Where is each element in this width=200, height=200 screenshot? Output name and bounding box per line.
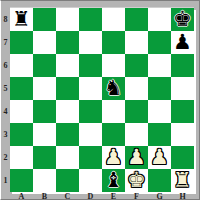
file-label-h: H bbox=[171, 192, 194, 200]
square-f3[interactable] bbox=[125, 123, 148, 146]
chess-board-frame: ♜♚♟♞♟♟♟♝♚♜ 87654321 ABCDEFGH bbox=[0, 0, 200, 200]
black-king[interactable]: ♚ bbox=[173, 8, 192, 31]
square-e5[interactable]: ♞ bbox=[102, 77, 125, 100]
square-b1[interactable] bbox=[33, 169, 56, 192]
square-e6[interactable] bbox=[102, 54, 125, 77]
rank-label-1: 1 bbox=[1, 169, 10, 192]
rank-label-5: 5 bbox=[1, 77, 10, 100]
square-a5[interactable] bbox=[10, 77, 33, 100]
square-h8[interactable]: ♚ bbox=[171, 8, 194, 31]
square-h7[interactable]: ♟ bbox=[171, 31, 194, 54]
square-b7[interactable] bbox=[33, 31, 56, 54]
square-f4[interactable] bbox=[125, 100, 148, 123]
chess-board: ♜♚♟♞♟♟♟♝♚♜ bbox=[10, 8, 194, 192]
square-h1[interactable]: ♜ bbox=[171, 169, 194, 192]
square-a1[interactable] bbox=[10, 169, 33, 192]
square-f1[interactable]: ♚ bbox=[125, 169, 148, 192]
square-d2[interactable] bbox=[79, 146, 102, 169]
rank-label-7: 7 bbox=[1, 31, 10, 54]
square-b5[interactable] bbox=[33, 77, 56, 100]
square-d1[interactable] bbox=[79, 169, 102, 192]
square-d3[interactable] bbox=[79, 123, 102, 146]
square-e4[interactable] bbox=[102, 100, 125, 123]
white-pawn[interactable]: ♟ bbox=[150, 146, 169, 169]
square-a7[interactable] bbox=[10, 31, 33, 54]
square-h6[interactable] bbox=[171, 54, 194, 77]
square-c5[interactable] bbox=[56, 77, 79, 100]
square-e7[interactable] bbox=[102, 31, 125, 54]
square-c8[interactable] bbox=[56, 8, 79, 31]
square-f8[interactable] bbox=[125, 8, 148, 31]
square-b4[interactable] bbox=[33, 100, 56, 123]
square-b8[interactable] bbox=[33, 8, 56, 31]
square-a6[interactable] bbox=[10, 54, 33, 77]
black-pawn[interactable]: ♟ bbox=[173, 31, 192, 54]
square-d6[interactable] bbox=[79, 54, 102, 77]
black-knight[interactable]: ♞ bbox=[104, 77, 123, 100]
file-label-e: E bbox=[102, 192, 125, 200]
square-c6[interactable] bbox=[56, 54, 79, 77]
square-h3[interactable] bbox=[171, 123, 194, 146]
square-g8[interactable] bbox=[148, 8, 171, 31]
square-e2[interactable]: ♟ bbox=[102, 146, 125, 169]
square-a4[interactable] bbox=[10, 100, 33, 123]
square-c2[interactable] bbox=[56, 146, 79, 169]
white-pawn[interactable]: ♟ bbox=[127, 146, 146, 169]
file-label-d: D bbox=[79, 192, 102, 200]
white-pawn[interactable]: ♟ bbox=[104, 146, 123, 169]
square-h4[interactable] bbox=[171, 100, 194, 123]
black-rook[interactable]: ♜ bbox=[12, 8, 31, 31]
rank-label-8: 8 bbox=[1, 8, 10, 31]
square-f2[interactable]: ♟ bbox=[125, 146, 148, 169]
square-h2[interactable] bbox=[171, 146, 194, 169]
rank-label-2: 2 bbox=[1, 146, 10, 169]
square-g3[interactable] bbox=[148, 123, 171, 146]
square-c3[interactable] bbox=[56, 123, 79, 146]
square-c1[interactable] bbox=[56, 169, 79, 192]
square-e8[interactable] bbox=[102, 8, 125, 31]
square-f7[interactable] bbox=[125, 31, 148, 54]
file-label-c: C bbox=[56, 192, 79, 200]
square-g5[interactable] bbox=[148, 77, 171, 100]
square-g7[interactable] bbox=[148, 31, 171, 54]
rank-label-3: 3 bbox=[1, 123, 10, 146]
square-f6[interactable] bbox=[125, 54, 148, 77]
square-b3[interactable] bbox=[33, 123, 56, 146]
square-a3[interactable] bbox=[10, 123, 33, 146]
square-g4[interactable] bbox=[148, 100, 171, 123]
square-g2[interactable]: ♟ bbox=[148, 146, 171, 169]
white-king[interactable]: ♚ bbox=[127, 169, 146, 192]
square-g1[interactable] bbox=[148, 169, 171, 192]
square-a8[interactable]: ♜ bbox=[10, 8, 33, 31]
square-c4[interactable] bbox=[56, 100, 79, 123]
square-f5[interactable] bbox=[125, 77, 148, 100]
rank-label-6: 6 bbox=[1, 54, 10, 77]
square-b6[interactable] bbox=[33, 54, 56, 77]
white-rook[interactable]: ♜ bbox=[173, 169, 192, 192]
square-e1[interactable]: ♝ bbox=[102, 169, 125, 192]
square-d4[interactable] bbox=[79, 100, 102, 123]
black-bishop[interactable]: ♝ bbox=[104, 169, 123, 192]
square-h5[interactable] bbox=[171, 77, 194, 100]
file-label-b: B bbox=[33, 192, 56, 200]
square-a2[interactable] bbox=[10, 146, 33, 169]
file-label-g: G bbox=[148, 192, 171, 200]
square-g6[interactable] bbox=[148, 54, 171, 77]
square-d7[interactable] bbox=[79, 31, 102, 54]
square-e3[interactable] bbox=[102, 123, 125, 146]
square-c7[interactable] bbox=[56, 31, 79, 54]
square-b2[interactable] bbox=[33, 146, 56, 169]
file-label-a: A bbox=[10, 192, 33, 200]
square-d5[interactable] bbox=[79, 77, 102, 100]
square-d8[interactable] bbox=[79, 8, 102, 31]
rank-label-4: 4 bbox=[1, 100, 10, 123]
file-label-f: F bbox=[125, 192, 148, 200]
